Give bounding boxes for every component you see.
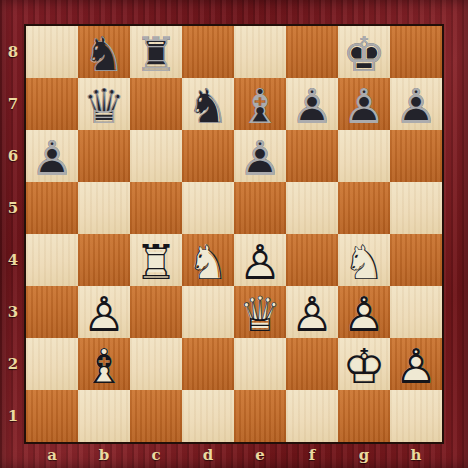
chess-board: ♞♘♜♖♚♔♛♕♞♘♝♗♟♙♟♙♟♙♟♙♟♙♜♖♞♘♟♙♞♘♟♙♛♕♟♙♟♙♝♗… [26, 26, 442, 442]
square-e4[interactable]: ♟♙ [234, 234, 286, 286]
piece-outline-glyph: ♖ [130, 28, 182, 80]
square-b2[interactable]: ♝♗ [78, 338, 130, 390]
piece-outline-glyph: ♙ [78, 288, 130, 340]
rank-label-6: 6 [0, 130, 26, 182]
square-b8[interactable]: ♞♘ [78, 26, 130, 78]
square-h3[interactable] [390, 286, 442, 338]
piece-outline-glyph: ♘ [182, 80, 234, 132]
piece-black-knight-d7[interactable]: ♞♘ [182, 78, 234, 130]
file-label-a: a [26, 442, 78, 468]
square-h6[interactable] [390, 130, 442, 182]
piece-black-knight-b8[interactable]: ♞♘ [78, 26, 130, 78]
piece-black-pawn-a6[interactable]: ♟♙ [26, 130, 78, 182]
piece-white-king-g2[interactable]: ♚♔ [338, 338, 390, 390]
square-b7[interactable]: ♛♕ [78, 78, 130, 130]
square-c2[interactable] [130, 338, 182, 390]
square-d6[interactable] [182, 130, 234, 182]
square-c6[interactable] [130, 130, 182, 182]
square-e6[interactable]: ♟♙ [234, 130, 286, 182]
piece-outline-glyph: ♔ [338, 340, 390, 392]
square-h5[interactable] [390, 182, 442, 234]
square-c5[interactable] [130, 182, 182, 234]
rank-label-3: 3 [0, 286, 26, 338]
file-label-h: h [390, 442, 442, 468]
square-d7[interactable]: ♞♘ [182, 78, 234, 130]
square-h8[interactable] [390, 26, 442, 78]
square-b5[interactable] [78, 182, 130, 234]
piece-white-queen-e3[interactable]: ♛♕ [234, 286, 286, 338]
piece-outline-glyph: ♙ [338, 288, 390, 340]
file-label-f: f [286, 442, 338, 468]
piece-white-pawn-b3[interactable]: ♟♙ [78, 286, 130, 338]
square-b3[interactable]: ♟♙ [78, 286, 130, 338]
piece-white-rook-c4[interactable]: ♜♖ [130, 234, 182, 286]
file-label-d: d [182, 442, 234, 468]
piece-outline-glyph: ♙ [390, 80, 442, 132]
piece-outline-glyph: ♙ [234, 236, 286, 288]
square-d1[interactable] [182, 390, 234, 442]
square-h7[interactable]: ♟♙ [390, 78, 442, 130]
piece-black-rook-c8[interactable]: ♜♖ [130, 26, 182, 78]
square-c3[interactable] [130, 286, 182, 338]
square-d2[interactable] [182, 338, 234, 390]
square-c7[interactable] [130, 78, 182, 130]
piece-outline-glyph: ♘ [182, 236, 234, 288]
square-a5[interactable] [26, 182, 78, 234]
square-d3[interactable] [182, 286, 234, 338]
piece-outline-glyph: ♗ [234, 80, 286, 132]
square-f2[interactable] [286, 338, 338, 390]
chess-board-frame: 87654321 abcdefgh ♞♘♜♖♚♔♛♕♞♘♝♗♟♙♟♙♟♙♟♙♟♙… [0, 0, 468, 468]
square-e8[interactable] [234, 26, 286, 78]
file-label-c: c [130, 442, 182, 468]
rank-label-5: 5 [0, 182, 26, 234]
square-e7[interactable]: ♝♗ [234, 78, 286, 130]
square-a6[interactable]: ♟♙ [26, 130, 78, 182]
square-g6[interactable] [338, 130, 390, 182]
piece-outline-glyph: ♗ [78, 340, 130, 392]
piece-outline-glyph: ♙ [390, 340, 442, 392]
piece-white-pawn-h2[interactable]: ♟♙ [390, 338, 442, 390]
square-g2[interactable]: ♚♔ [338, 338, 390, 390]
rank-label-4: 4 [0, 234, 26, 286]
square-e3[interactable]: ♛♕ [234, 286, 286, 338]
piece-outline-glyph: ♘ [78, 28, 130, 80]
file-labels: abcdefgh [26, 442, 442, 468]
square-d8[interactable] [182, 26, 234, 78]
square-c4[interactable]: ♜♖ [130, 234, 182, 286]
square-c1[interactable] [130, 390, 182, 442]
square-a8[interactable] [26, 26, 78, 78]
square-f6[interactable] [286, 130, 338, 182]
piece-outline-glyph: ♕ [78, 80, 130, 132]
piece-outline-glyph: ♕ [234, 288, 286, 340]
square-f5[interactable] [286, 182, 338, 234]
piece-outline-glyph: ♙ [338, 80, 390, 132]
piece-black-pawn-h7[interactable]: ♟♙ [390, 78, 442, 130]
file-label-g: g [338, 442, 390, 468]
square-a2[interactable] [26, 338, 78, 390]
square-b4[interactable] [78, 234, 130, 286]
rank-label-8: 8 [0, 26, 26, 78]
square-g8[interactable]: ♚♔ [338, 26, 390, 78]
square-g1[interactable] [338, 390, 390, 442]
square-h2[interactable]: ♟♙ [390, 338, 442, 390]
square-g3[interactable]: ♟♙ [338, 286, 390, 338]
rank-label-2: 2 [0, 338, 26, 390]
piece-black-pawn-f7[interactable]: ♟♙ [286, 78, 338, 130]
piece-white-knight-d4[interactable]: ♞♘ [182, 234, 234, 286]
square-g7[interactable]: ♟♙ [338, 78, 390, 130]
piece-outline-glyph: ♙ [286, 288, 338, 340]
square-e5[interactable] [234, 182, 286, 234]
square-b1[interactable] [78, 390, 130, 442]
square-f4[interactable] [286, 234, 338, 286]
piece-outline-glyph: ♖ [130, 236, 182, 288]
rank-label-7: 7 [0, 78, 26, 130]
piece-outline-glyph: ♙ [286, 80, 338, 132]
file-label-b: b [78, 442, 130, 468]
square-d4[interactable]: ♞♘ [182, 234, 234, 286]
square-f3[interactable]: ♟♙ [286, 286, 338, 338]
square-f1[interactable] [286, 390, 338, 442]
square-c8[interactable]: ♜♖ [130, 26, 182, 78]
piece-black-king-g8[interactable]: ♚♔ [338, 26, 390, 78]
rank-label-1: 1 [0, 390, 26, 442]
piece-outline-glyph: ♙ [234, 132, 286, 184]
square-e2[interactable] [234, 338, 286, 390]
file-label-e: e [234, 442, 286, 468]
piece-white-knight-g4[interactable]: ♞♘ [338, 234, 390, 286]
piece-white-bishop-b2[interactable]: ♝♗ [78, 338, 130, 390]
piece-outline-glyph: ♘ [338, 236, 390, 288]
piece-white-pawn-f3[interactable]: ♟♙ [286, 286, 338, 338]
piece-black-queen-b7[interactable]: ♛♕ [78, 78, 130, 130]
piece-black-pawn-g7[interactable]: ♟♙ [338, 78, 390, 130]
square-a1[interactable] [26, 390, 78, 442]
piece-black-bishop-e7[interactable]: ♝♗ [234, 78, 286, 130]
square-h1[interactable] [390, 390, 442, 442]
square-f8[interactable] [286, 26, 338, 78]
piece-white-pawn-g3[interactable]: ♟♙ [338, 286, 390, 338]
square-h4[interactable] [390, 234, 442, 286]
piece-outline-glyph: ♙ [26, 132, 78, 184]
square-d5[interactable] [182, 182, 234, 234]
square-g4[interactable]: ♞♘ [338, 234, 390, 286]
rank-labels: 87654321 [0, 26, 26, 442]
square-a3[interactable] [26, 286, 78, 338]
square-a4[interactable] [26, 234, 78, 286]
square-e1[interactable] [234, 390, 286, 442]
square-b6[interactable] [78, 130, 130, 182]
piece-black-pawn-e6[interactable]: ♟♙ [234, 130, 286, 182]
piece-outline-glyph: ♔ [338, 28, 390, 80]
piece-white-pawn-e4[interactable]: ♟♙ [234, 234, 286, 286]
square-a7[interactable] [26, 78, 78, 130]
square-g5[interactable] [338, 182, 390, 234]
square-f7[interactable]: ♟♙ [286, 78, 338, 130]
